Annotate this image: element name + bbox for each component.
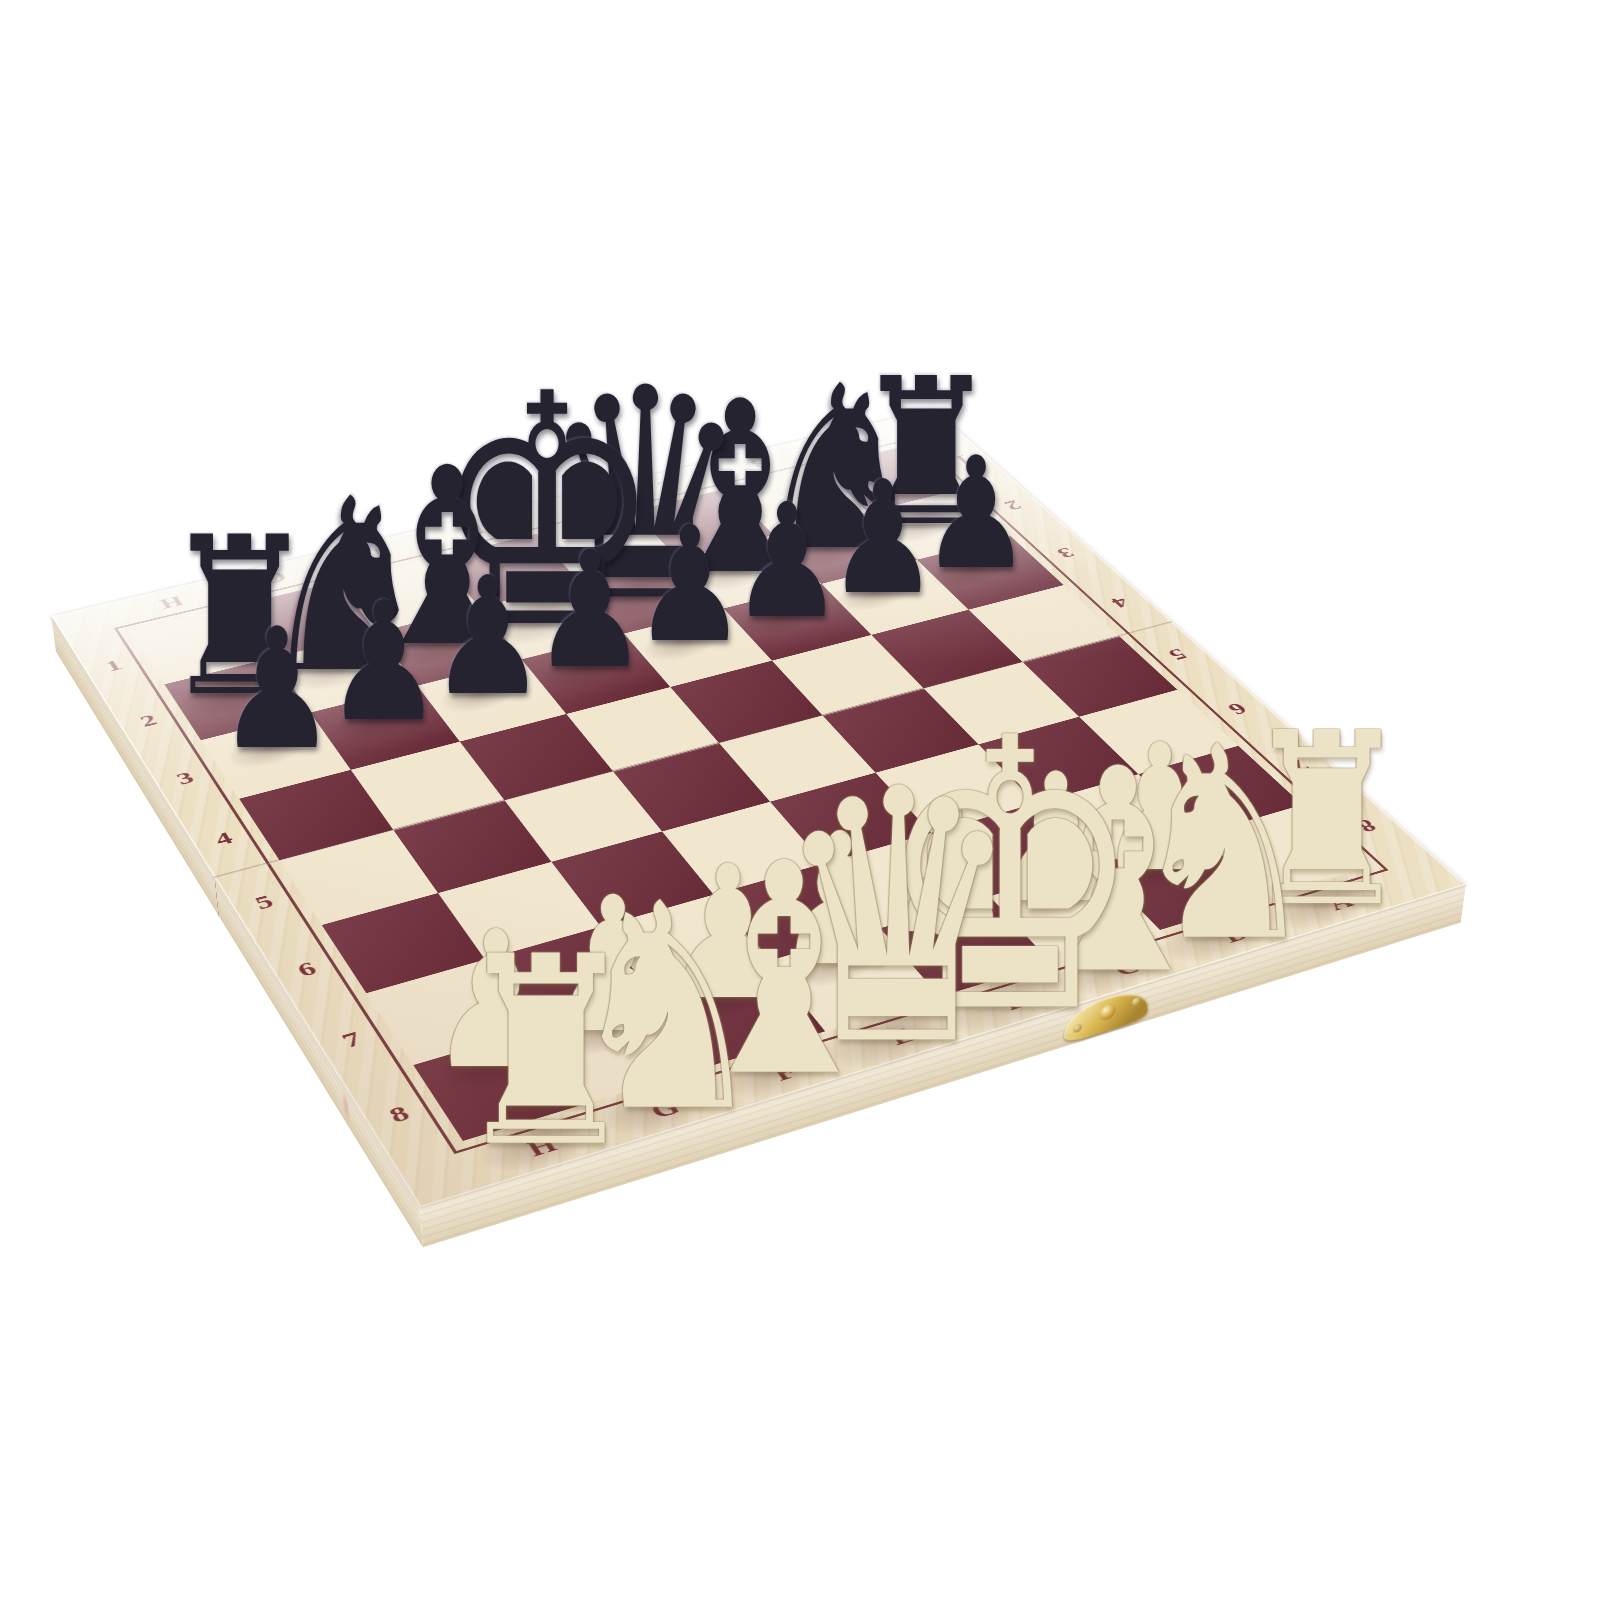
square-h5[interactable]	[279, 830, 438, 925]
piece-black-pawn-f2[interactable]: ♟	[430, 555, 547, 718]
rank-label-right-5: 5	[1147, 639, 1208, 670]
piece-black-pawn-e2[interactable]: ♟	[532, 530, 648, 691]
piece-black-pawn-g2[interactable]: ♟	[325, 580, 443, 745]
rank-label-left-5: 5	[233, 883, 296, 921]
rank-label-right-3: 3	[1037, 539, 1095, 568]
fold-seam-side	[214, 878, 219, 917]
piece-black-pawn-h2[interactable]: ♟	[217, 605, 337, 772]
rank-label-left-7: 7	[318, 1018, 385, 1061]
square-g5[interactable]	[393, 800, 551, 893]
rank-label-left-1: 1	[85, 650, 141, 682]
piece-black-pawn-c2[interactable]: ♟	[731, 483, 844, 641]
piece-black-pawn-d2[interactable]: ♟	[632, 506, 746, 666]
rank-label-right-4: 4	[1091, 588, 1151, 618]
rank-label-left-4: 4	[193, 820, 254, 857]
rank-label-left-6: 6	[274, 949, 339, 990]
rank-label-left-8: 8	[365, 1092, 434, 1137]
piece-white-rook-h8[interactable]: ♜	[453, 923, 640, 1184]
rank-label-left-3: 3	[155, 761, 215, 796]
product-photo: 1122334455667788HHGGFFEEDDCCBBAA ♜♞♝♟♛♟♚…	[0, 0, 1600, 1600]
